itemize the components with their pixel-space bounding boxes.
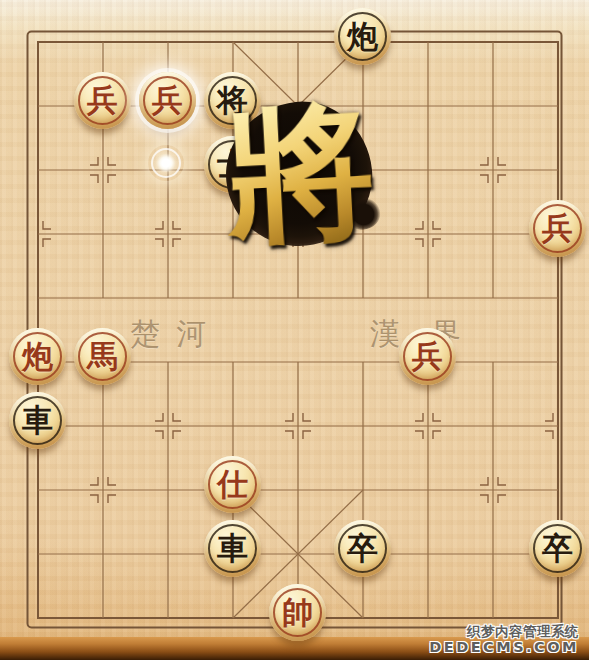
piece-glyph: 炮: [22, 341, 53, 372]
watermark-line1: 织梦内容管理系统: [429, 624, 579, 639]
piece-red-soldier[interactable]: 兵: [529, 200, 586, 257]
piece-glyph: 卒: [347, 533, 378, 564]
watermark-line2: DEDECMS.COM: [429, 639, 579, 655]
piece-glyph: 車: [22, 405, 53, 436]
piece-glyph: 帥: [282, 597, 313, 628]
piece-black-chariot[interactable]: 車: [204, 520, 261, 577]
piece-black-advisor[interactable]: 士: [204, 136, 261, 193]
piece-red-soldier[interactable]: 兵: [74, 72, 131, 129]
piece-glyph: 士: [217, 149, 248, 180]
piece-glyph: 炮: [347, 21, 378, 52]
game-screen: 楚河 漢界 炮兵兵将士兵炮馬兵車仕車卒卒帥 將 织梦内容管理系统 DEDECMS…: [0, 0, 589, 660]
watermark: 织梦内容管理系统 DEDECMS.COM: [429, 624, 579, 655]
piece-glyph: 馬: [87, 341, 118, 372]
piece-black-chariot[interactable]: 車: [9, 392, 66, 449]
river-label-left: 楚河: [130, 317, 222, 351]
piece-red-cannon[interactable]: 炮: [9, 328, 66, 385]
piece-glyph: 兵: [87, 85, 118, 116]
piece-black-cannon[interactable]: 炮: [334, 8, 391, 65]
piece-red-soldier[interactable]: 兵: [399, 328, 456, 385]
piece-black-general[interactable]: 将: [204, 72, 261, 129]
piece-red-general[interactable]: 帥: [269, 584, 326, 641]
piece-glyph: 兵: [542, 213, 573, 244]
piece-glyph: 車: [217, 533, 248, 564]
piece-glyph: 兵: [152, 85, 183, 116]
piece-red-advisor[interactable]: 仕: [204, 456, 261, 513]
piece-black-soldier[interactable]: 卒: [529, 520, 586, 577]
piece-black-soldier[interactable]: 卒: [334, 520, 391, 577]
piece-glyph: 仕: [217, 469, 248, 500]
piece-glyph: 卒: [542, 533, 573, 564]
move-origin-sparkle: [148, 145, 184, 181]
piece-red-horse[interactable]: 馬: [74, 328, 131, 385]
piece-glyph: 将: [217, 85, 248, 116]
piece-red-soldier[interactable]: 兵: [139, 72, 196, 129]
piece-glyph: 兵: [412, 341, 443, 372]
